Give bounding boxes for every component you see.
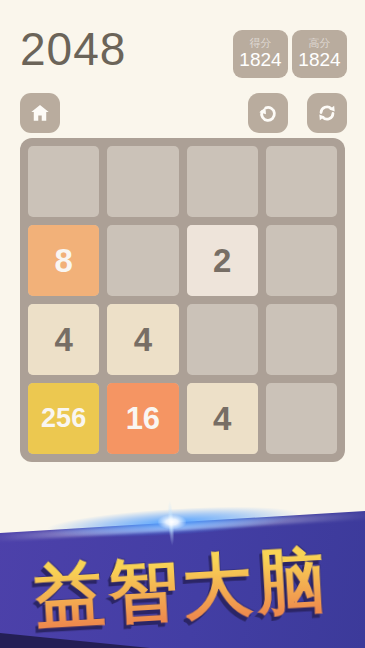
undo-button[interactable]: [248, 93, 288, 133]
tile-8: 8: [28, 225, 99, 296]
best-score-value: 1824: [298, 50, 340, 71]
score-box: 得分 1824: [233, 30, 288, 78]
board-cell: [266, 383, 337, 454]
home-icon: [29, 102, 51, 124]
tile-4: 4: [107, 304, 178, 375]
board-cell: [187, 146, 258, 217]
board-cell: [107, 146, 178, 217]
tile-256: 256: [28, 383, 99, 454]
promo-banner-text: 益智大脑: [0, 542, 365, 636]
board-cell: [28, 146, 99, 217]
board-cell: [107, 225, 178, 296]
tile-2: 2: [187, 225, 258, 296]
promo-banner[interactable]: 益智大脑: [0, 500, 365, 648]
board-cell: [266, 304, 337, 375]
tile-4: 4: [28, 304, 99, 375]
board-cell: 4: [28, 304, 99, 375]
home-button[interactable]: [20, 93, 60, 133]
undo-icon: [257, 102, 279, 124]
tile-16: 16: [107, 383, 178, 454]
banner-corner-wedge: [0, 633, 150, 648]
board-cell: 4: [187, 383, 258, 454]
board-cell: 4: [107, 304, 178, 375]
board-cell: [266, 146, 337, 217]
board[interactable]: 8244256164: [20, 138, 345, 462]
board-cell: 8: [28, 225, 99, 296]
board-cell: [187, 304, 258, 375]
tile-4: 4: [187, 383, 258, 454]
board-cell: 16: [107, 383, 178, 454]
board-cell: [266, 225, 337, 296]
restart-button[interactable]: [307, 93, 347, 133]
score-value: 1824: [239, 50, 281, 71]
restart-icon: [316, 102, 338, 124]
score-label: 得分: [250, 38, 272, 49]
board-cell: 256: [28, 383, 99, 454]
best-score-box: 高分 1824: [292, 30, 347, 78]
app-root: { "game": "2048", "position": "0,0,0,0/8…: [0, 0, 365, 648]
page-title: 2048: [20, 22, 126, 76]
best-score-label: 高分: [309, 38, 331, 49]
board-cell: 2: [187, 225, 258, 296]
